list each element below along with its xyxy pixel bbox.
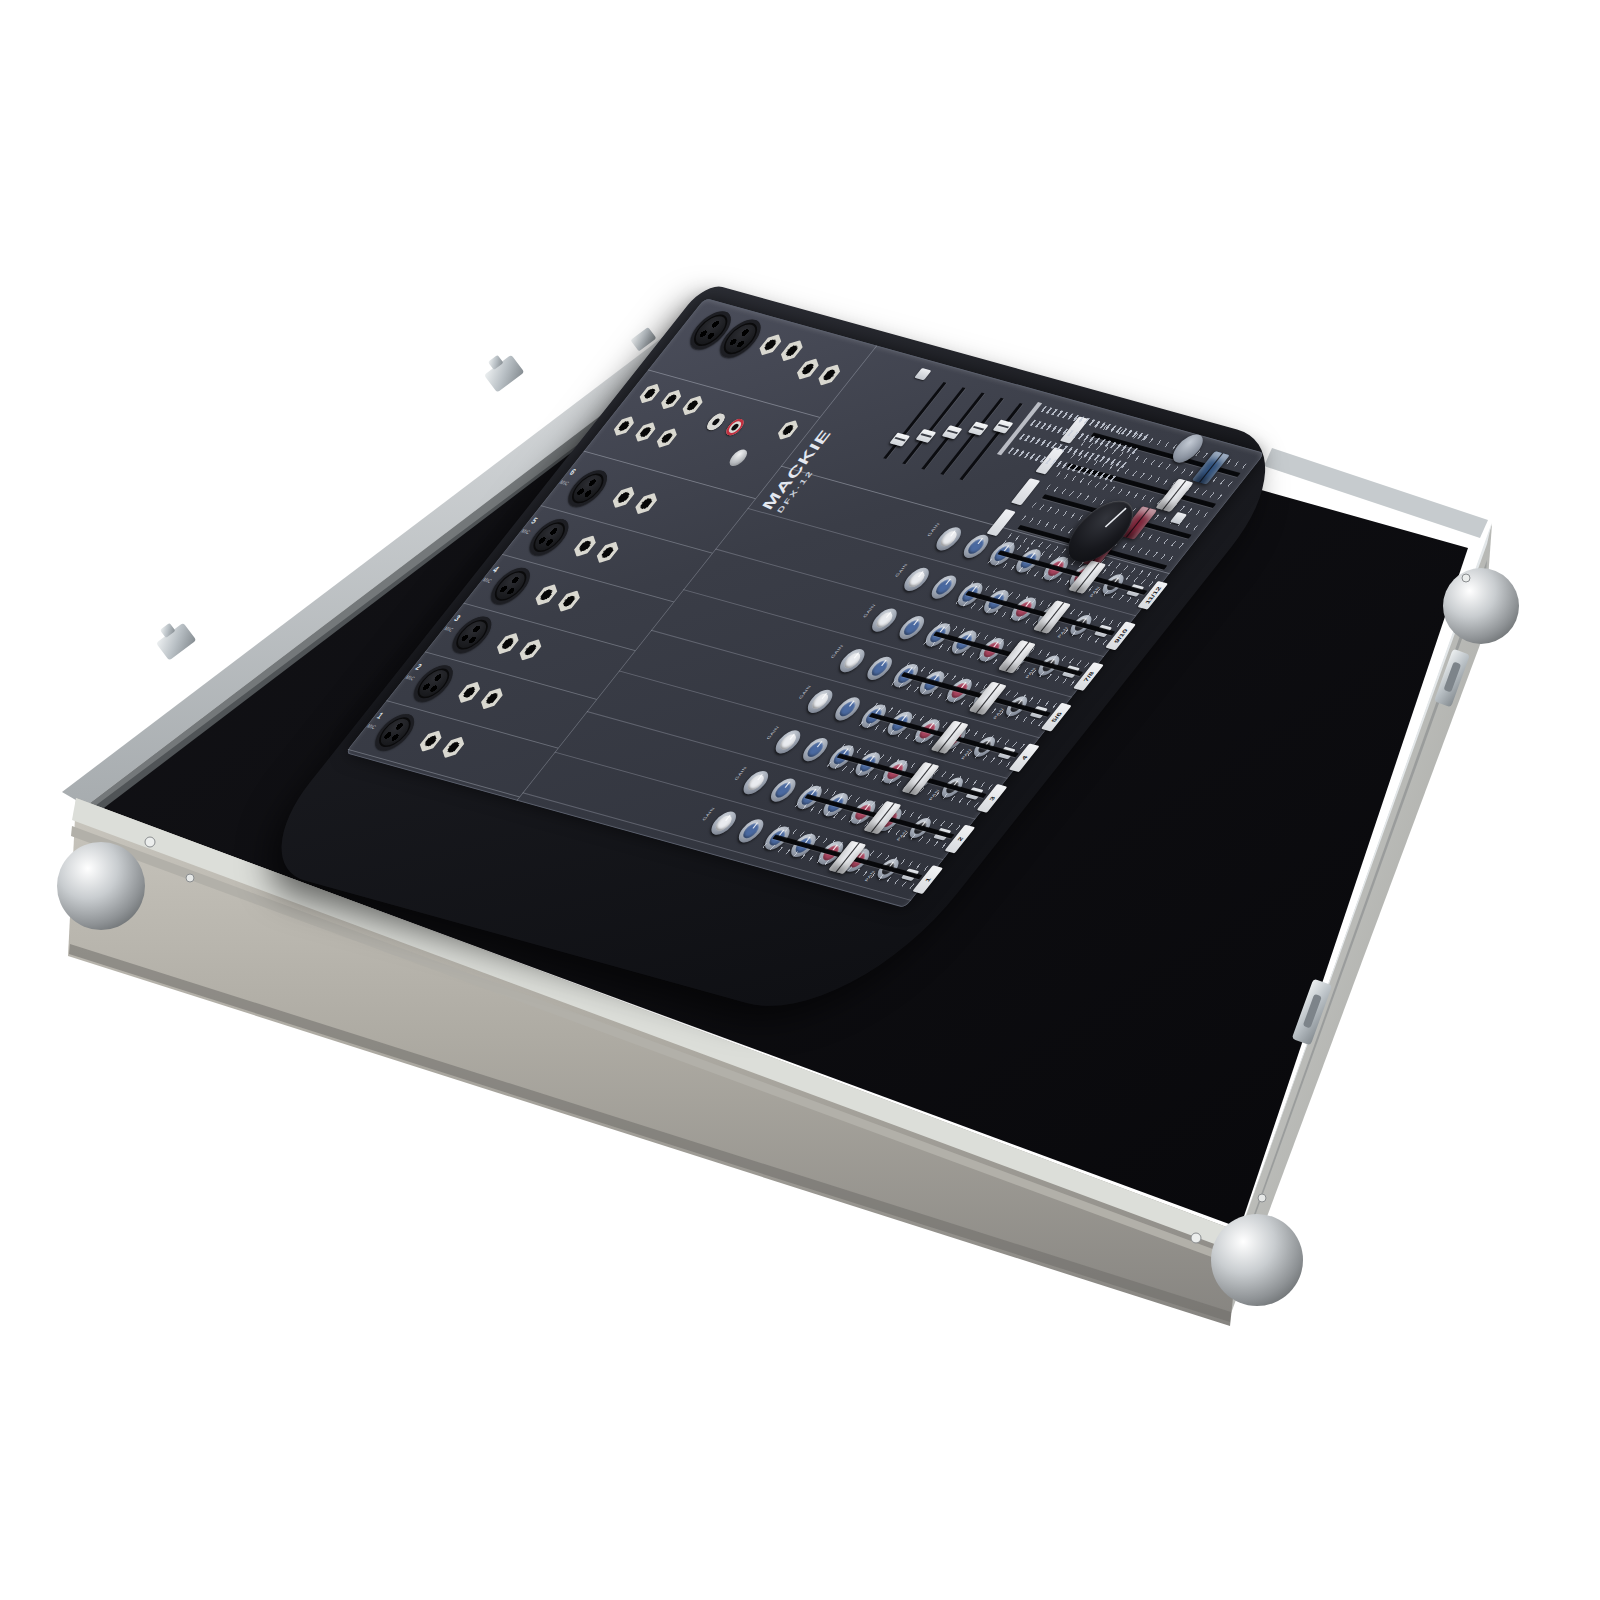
mic-channel-number: 2 — [414, 662, 424, 672]
hinge — [151, 616, 196, 660]
ball-corner — [57, 842, 145, 930]
ball-corner — [1443, 568, 1519, 644]
rivet — [186, 874, 194, 882]
rivet — [1258, 1194, 1266, 1202]
flight-case-mixer-photo: 6 MIC 5 MIC — [0, 0, 1600, 1600]
rivet — [1191, 1233, 1201, 1243]
mic-label: MIC — [482, 577, 493, 584]
rivet — [1462, 574, 1470, 582]
ball-corner — [1211, 1214, 1303, 1306]
hinge — [479, 348, 524, 392]
rivet — [145, 837, 155, 847]
